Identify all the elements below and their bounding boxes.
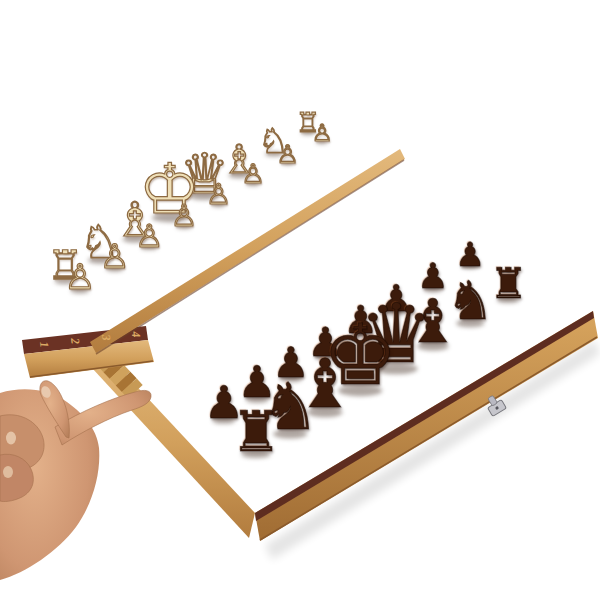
lid-rank-label-4: 4 (129, 330, 144, 338)
chess-box-and-hand-illustration: 1234 (0, 0, 600, 600)
product-photo-scene: 1234 55667788hgfedcba ♜♞♝♛♚♝♞♜♟♟♟♟♟♟♟♟♙♙… (0, 0, 600, 600)
base-box-right-side (255, 311, 598, 541)
hinge-bar (90, 149, 405, 354)
base-box-left-side (92, 346, 255, 538)
lid-rank-label-2: 2 (68, 336, 83, 344)
lid-rank-label-3: 3 (99, 333, 114, 341)
ring-finger-nail (3, 466, 13, 478)
box-shadow (265, 340, 600, 560)
hand (0, 381, 151, 580)
middle-finger-nail (6, 432, 16, 445)
